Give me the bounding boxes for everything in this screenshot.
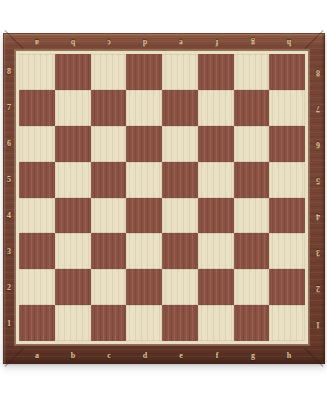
rank-label-right-8: 8	[311, 54, 325, 90]
square-a2[interactable]	[19, 269, 55, 305]
file-labels-bottom: abcdefgh	[19, 347, 307, 364]
square-b2[interactable]	[55, 269, 91, 305]
square-f3[interactable]	[198, 233, 234, 269]
square-c7[interactable]	[91, 90, 127, 126]
square-c8[interactable]	[91, 54, 127, 90]
file-label-top-c: c	[91, 38, 127, 46]
file-label-top-a: a	[19, 38, 55, 46]
square-g7[interactable]	[234, 90, 270, 126]
file-label-bottom-a: a	[19, 352, 55, 360]
rank-label-left-4: 4	[3, 198, 15, 234]
file-label-bottom-h: h	[271, 352, 307, 360]
square-d3[interactable]	[126, 233, 162, 269]
file-label-bottom-g: g	[235, 352, 271, 360]
square-d5[interactable]	[126, 162, 162, 198]
square-b4[interactable]	[55, 198, 91, 234]
square-e3[interactable]	[162, 233, 198, 269]
square-e5[interactable]	[162, 162, 198, 198]
square-b6[interactable]	[55, 126, 91, 162]
square-g8[interactable]	[234, 54, 270, 90]
square-a5[interactable]	[19, 162, 55, 198]
file-label-bottom-f: f	[199, 352, 235, 360]
file-label-top-b: b	[55, 38, 91, 46]
file-label-top-h: h	[271, 38, 307, 46]
rank-label-right-1: 1	[311, 306, 325, 342]
rank-label-right-7: 7	[311, 90, 325, 126]
square-g1[interactable]	[234, 305, 270, 341]
square-f1[interactable]	[198, 305, 234, 341]
square-g3[interactable]	[234, 233, 270, 269]
square-b8[interactable]	[55, 54, 91, 90]
square-d8[interactable]	[126, 54, 162, 90]
square-b5[interactable]	[55, 162, 91, 198]
square-f5[interactable]	[198, 162, 234, 198]
square-e6[interactable]	[162, 126, 198, 162]
square-a1[interactable]	[19, 305, 55, 341]
square-h4[interactable]	[269, 198, 305, 234]
square-e2[interactable]	[162, 269, 198, 305]
rank-label-left-8: 8	[3, 54, 15, 90]
square-f4[interactable]	[198, 198, 234, 234]
product-photo-background: abcdefgh abcdefgh 87654321 87654321	[0, 0, 327, 400]
file-label-top-d: d	[127, 38, 163, 46]
playing-field	[15, 50, 309, 345]
square-c5[interactable]	[91, 162, 127, 198]
file-label-bottom-e: e	[163, 352, 199, 360]
chess-board: abcdefgh abcdefgh 87654321 87654321	[3, 33, 325, 364]
square-a3[interactable]	[19, 233, 55, 269]
square-f2[interactable]	[198, 269, 234, 305]
frame-miter-seam	[304, 30, 323, 49]
rank-label-right-6: 6	[311, 126, 325, 162]
square-c6[interactable]	[91, 126, 127, 162]
square-d7[interactable]	[126, 90, 162, 126]
rank-label-left-2: 2	[3, 270, 15, 306]
rank-label-right-2: 2	[311, 270, 325, 306]
square-a4[interactable]	[19, 198, 55, 234]
rank-label-right-3: 3	[311, 234, 325, 270]
square-g5[interactable]	[234, 162, 270, 198]
rank-label-left-5: 5	[3, 162, 15, 198]
square-c3[interactable]	[91, 233, 127, 269]
squares-grid	[19, 54, 305, 341]
square-e1[interactable]	[162, 305, 198, 341]
square-a6[interactable]	[19, 126, 55, 162]
square-b3[interactable]	[55, 233, 91, 269]
file-label-top-f: f	[199, 38, 235, 46]
square-g2[interactable]	[234, 269, 270, 305]
square-h8[interactable]	[269, 54, 305, 90]
file-label-bottom-b: b	[55, 352, 91, 360]
square-h1[interactable]	[269, 305, 305, 341]
square-f6[interactable]	[198, 126, 234, 162]
square-c1[interactable]	[91, 305, 127, 341]
file-label-top-e: e	[163, 38, 199, 46]
square-h6[interactable]	[269, 126, 305, 162]
square-f8[interactable]	[198, 54, 234, 90]
square-f7[interactable]	[198, 90, 234, 126]
square-d6[interactable]	[126, 126, 162, 162]
square-c4[interactable]	[91, 198, 127, 234]
square-g6[interactable]	[234, 126, 270, 162]
square-h3[interactable]	[269, 233, 305, 269]
square-a8[interactable]	[19, 54, 55, 90]
square-d4[interactable]	[126, 198, 162, 234]
square-b7[interactable]	[55, 90, 91, 126]
square-e7[interactable]	[162, 90, 198, 126]
rank-label-right-4: 4	[311, 198, 325, 234]
file-label-bottom-c: c	[91, 352, 127, 360]
square-g4[interactable]	[234, 198, 270, 234]
square-b1[interactable]	[55, 305, 91, 341]
rank-label-left-6: 6	[3, 126, 15, 162]
square-d1[interactable]	[126, 305, 162, 341]
frame-miter-seam	[304, 348, 323, 367]
square-e4[interactable]	[162, 198, 198, 234]
rank-labels-right: 87654321	[311, 54, 325, 342]
square-a7[interactable]	[19, 90, 55, 126]
square-h7[interactable]	[269, 90, 305, 126]
square-e8[interactable]	[162, 54, 198, 90]
square-h5[interactable]	[269, 162, 305, 198]
square-h2[interactable]	[269, 269, 305, 305]
rank-label-right-5: 5	[311, 162, 325, 198]
rank-label-left-3: 3	[3, 234, 15, 270]
file-label-top-g: g	[235, 38, 271, 46]
square-c2[interactable]	[91, 269, 127, 305]
rank-labels-left: 87654321	[3, 54, 15, 342]
rank-label-left-7: 7	[3, 90, 15, 126]
file-label-bottom-d: d	[127, 352, 163, 360]
file-labels-top: abcdefgh	[19, 33, 307, 50]
square-d2[interactable]	[126, 269, 162, 305]
rank-label-left-1: 1	[3, 306, 15, 342]
